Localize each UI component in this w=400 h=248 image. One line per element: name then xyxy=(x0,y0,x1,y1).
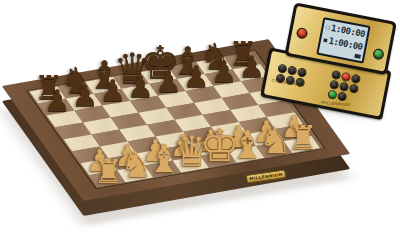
green-keypad-button[interactable] xyxy=(328,91,336,99)
lcd-screen: □ 1:00:00 ■ 1:00:00 xyxy=(316,17,370,63)
white-square-icon: □ xyxy=(326,23,330,30)
piece-black-p-c7[interactable]: ♟ xyxy=(100,76,127,106)
piece-white-r-h1[interactable]: ♜ xyxy=(288,121,318,154)
red-button[interactable] xyxy=(297,29,306,38)
piece-white-n-g1[interactable]: ♞ xyxy=(259,123,291,159)
product-photo: MILLENNIUM ♜♞♝♛♚♝♞♜♟♟♟♟♟♟♟♟♟♟♟♟♟♟♟♟♜♞♝♛♚… xyxy=(0,0,400,248)
piece-black-p-f7[interactable]: ♟ xyxy=(183,62,210,92)
piece-black-p-g7[interactable]: ♟ xyxy=(211,57,238,87)
device-brand-bottom-text: MILLENNIUM xyxy=(321,101,350,108)
keypad-right xyxy=(328,71,360,103)
black-keypad-button[interactable] xyxy=(332,71,340,79)
red-keypad-button[interactable] xyxy=(342,73,350,81)
black-keypad-button[interactable] xyxy=(338,92,346,100)
black-keypad-button[interactable] xyxy=(288,66,296,74)
piece-black-p-e7[interactable]: ♟ xyxy=(155,67,182,97)
piece-black-p-b7[interactable]: ♟ xyxy=(72,81,99,111)
black-keypad-button[interactable] xyxy=(350,85,358,93)
lcd-corner-indicator xyxy=(354,54,361,59)
black-keypad-button[interactable] xyxy=(278,65,286,73)
black-keypad-button[interactable] xyxy=(298,68,306,76)
black-keypad-button[interactable] xyxy=(330,81,338,89)
green-button[interactable] xyxy=(374,50,383,59)
piece-black-p-a7[interactable]: ♟ xyxy=(44,86,71,116)
piece-black-p-h7[interactable]: ♟ xyxy=(238,52,265,82)
piece-white-r-a1[interactable]: ♜ xyxy=(94,155,124,188)
black-keypad-button[interactable] xyxy=(340,83,348,91)
black-square-icon: ■ xyxy=(323,36,327,43)
piece-black-p-d7[interactable]: ♟ xyxy=(127,72,154,102)
black-keypad-button[interactable] xyxy=(352,75,360,83)
